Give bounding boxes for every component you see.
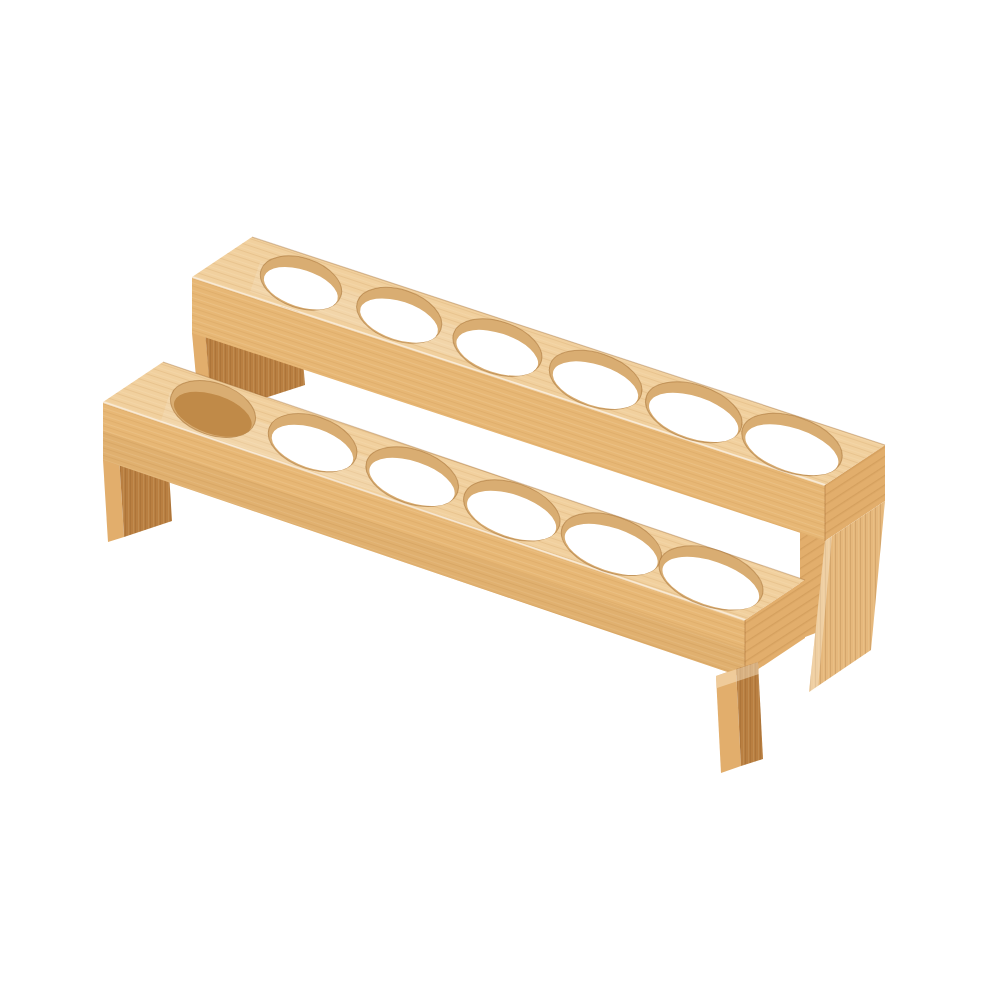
- bamboo-stand-scene: [0, 0, 1000, 1000]
- product-photo: [0, 0, 1000, 1000]
- front-right-leg: [716, 662, 763, 773]
